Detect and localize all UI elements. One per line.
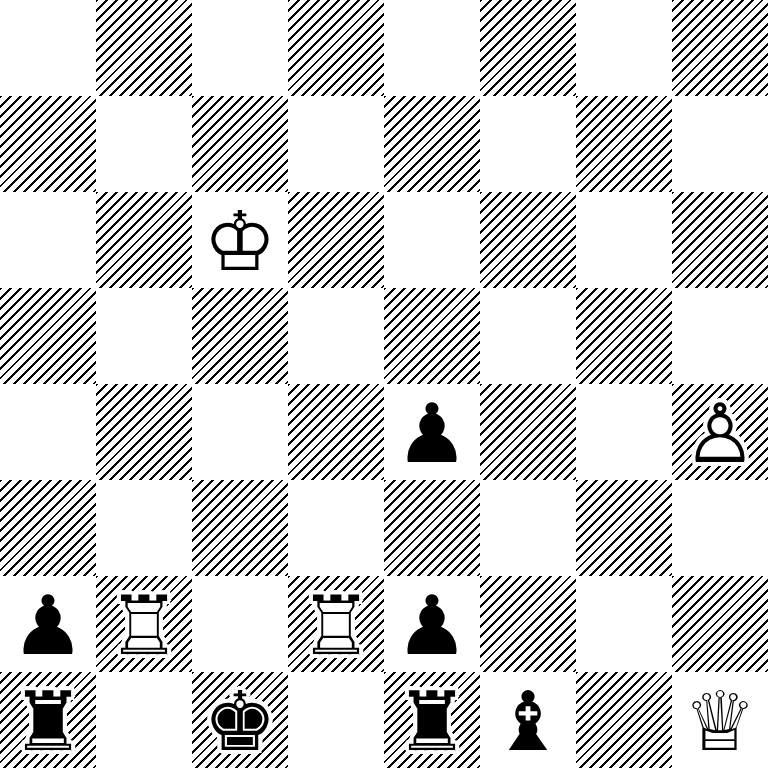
piece-glyph: ♟ bbox=[0, 576, 96, 672]
black-king: ♚♚ bbox=[192, 672, 288, 768]
square-e4[interactable]: ♟♟ bbox=[384, 384, 480, 480]
piece-glyph: ♜ bbox=[384, 672, 480, 768]
square-a1[interactable]: ♜♜ bbox=[0, 672, 96, 768]
square-h8[interactable] bbox=[672, 0, 768, 96]
square-h3[interactable] bbox=[672, 480, 768, 576]
white-rook: ♜♖ bbox=[288, 576, 384, 672]
square-g5[interactable] bbox=[576, 288, 672, 384]
square-f2[interactable] bbox=[480, 576, 576, 672]
piece-glyph: ♕ bbox=[672, 672, 768, 768]
square-c7[interactable] bbox=[192, 96, 288, 192]
square-e7[interactable] bbox=[384, 96, 480, 192]
square-h4[interactable]: ♟♙ bbox=[672, 384, 768, 480]
square-a6[interactable] bbox=[0, 192, 96, 288]
square-a3[interactable] bbox=[0, 480, 96, 576]
square-d8[interactable] bbox=[288, 0, 384, 96]
square-e1[interactable]: ♜♜ bbox=[384, 672, 480, 768]
square-g2[interactable] bbox=[576, 576, 672, 672]
square-f8[interactable] bbox=[480, 0, 576, 96]
square-a7[interactable] bbox=[0, 96, 96, 192]
black-pawn: ♟♟ bbox=[384, 384, 480, 480]
square-b2[interactable]: ♜♖ bbox=[96, 576, 192, 672]
black-pawn: ♟♟ bbox=[0, 576, 96, 672]
piece-glyph: ♟ bbox=[384, 384, 480, 480]
square-c8[interactable] bbox=[192, 0, 288, 96]
square-a5[interactable] bbox=[0, 288, 96, 384]
square-h7[interactable] bbox=[672, 96, 768, 192]
square-e6[interactable] bbox=[384, 192, 480, 288]
black-bishop: ♝♝ bbox=[480, 672, 576, 768]
square-f7[interactable] bbox=[480, 96, 576, 192]
black-rook: ♜♜ bbox=[384, 672, 480, 768]
square-b8[interactable] bbox=[96, 0, 192, 96]
square-d5[interactable] bbox=[288, 288, 384, 384]
square-b7[interactable] bbox=[96, 96, 192, 192]
square-a8[interactable] bbox=[0, 0, 96, 96]
white-queen: ♛♕ bbox=[672, 672, 768, 768]
square-b5[interactable] bbox=[96, 288, 192, 384]
square-c1[interactable]: ♚♚ bbox=[192, 672, 288, 768]
square-d6[interactable] bbox=[288, 192, 384, 288]
square-f4[interactable] bbox=[480, 384, 576, 480]
square-a2[interactable]: ♟♟ bbox=[0, 576, 96, 672]
square-h6[interactable] bbox=[672, 192, 768, 288]
square-g1[interactable] bbox=[576, 672, 672, 768]
square-g6[interactable] bbox=[576, 192, 672, 288]
square-h2[interactable] bbox=[672, 576, 768, 672]
square-e2[interactable]: ♟♟ bbox=[384, 576, 480, 672]
square-c2[interactable] bbox=[192, 576, 288, 672]
square-d1[interactable] bbox=[288, 672, 384, 768]
square-c6[interactable]: ♚♔ bbox=[192, 192, 288, 288]
white-pawn: ♟♙ bbox=[672, 384, 768, 480]
square-h1[interactable]: ♛♕ bbox=[672, 672, 768, 768]
square-f3[interactable] bbox=[480, 480, 576, 576]
square-e8[interactable] bbox=[384, 0, 480, 96]
white-rook: ♜♖ bbox=[96, 576, 192, 672]
square-f5[interactable] bbox=[480, 288, 576, 384]
chess-board: ♚♔♟♟♟♙♟♟♜♖♜♖♟♟♜♜♚♚♜♜♝♝♛♕ bbox=[0, 0, 768, 768]
square-a4[interactable] bbox=[0, 384, 96, 480]
square-b6[interactable] bbox=[96, 192, 192, 288]
square-f1[interactable]: ♝♝ bbox=[480, 672, 576, 768]
black-rook: ♜♜ bbox=[0, 672, 96, 768]
square-d4[interactable] bbox=[288, 384, 384, 480]
square-d3[interactable] bbox=[288, 480, 384, 576]
square-c5[interactable] bbox=[192, 288, 288, 384]
piece-glyph: ♙ bbox=[672, 384, 768, 480]
square-g7[interactable] bbox=[576, 96, 672, 192]
square-b4[interactable] bbox=[96, 384, 192, 480]
piece-glyph: ♝ bbox=[480, 672, 576, 768]
piece-glyph: ♔ bbox=[192, 192, 288, 288]
square-h5[interactable] bbox=[672, 288, 768, 384]
white-king: ♚♔ bbox=[192, 192, 288, 288]
square-g3[interactable] bbox=[576, 480, 672, 576]
square-d7[interactable] bbox=[288, 96, 384, 192]
square-c3[interactable] bbox=[192, 480, 288, 576]
piece-glyph: ♟ bbox=[384, 576, 480, 672]
square-g8[interactable] bbox=[576, 0, 672, 96]
square-f6[interactable] bbox=[480, 192, 576, 288]
piece-glyph: ♖ bbox=[288, 576, 384, 672]
square-c4[interactable] bbox=[192, 384, 288, 480]
square-g4[interactable] bbox=[576, 384, 672, 480]
piece-glyph: ♚ bbox=[192, 672, 288, 768]
square-b3[interactable] bbox=[96, 480, 192, 576]
square-e3[interactable] bbox=[384, 480, 480, 576]
square-e5[interactable] bbox=[384, 288, 480, 384]
black-pawn: ♟♟ bbox=[384, 576, 480, 672]
square-d2[interactable]: ♜♖ bbox=[288, 576, 384, 672]
piece-glyph: ♜ bbox=[0, 672, 96, 768]
square-b1[interactable] bbox=[96, 672, 192, 768]
piece-glyph: ♖ bbox=[96, 576, 192, 672]
